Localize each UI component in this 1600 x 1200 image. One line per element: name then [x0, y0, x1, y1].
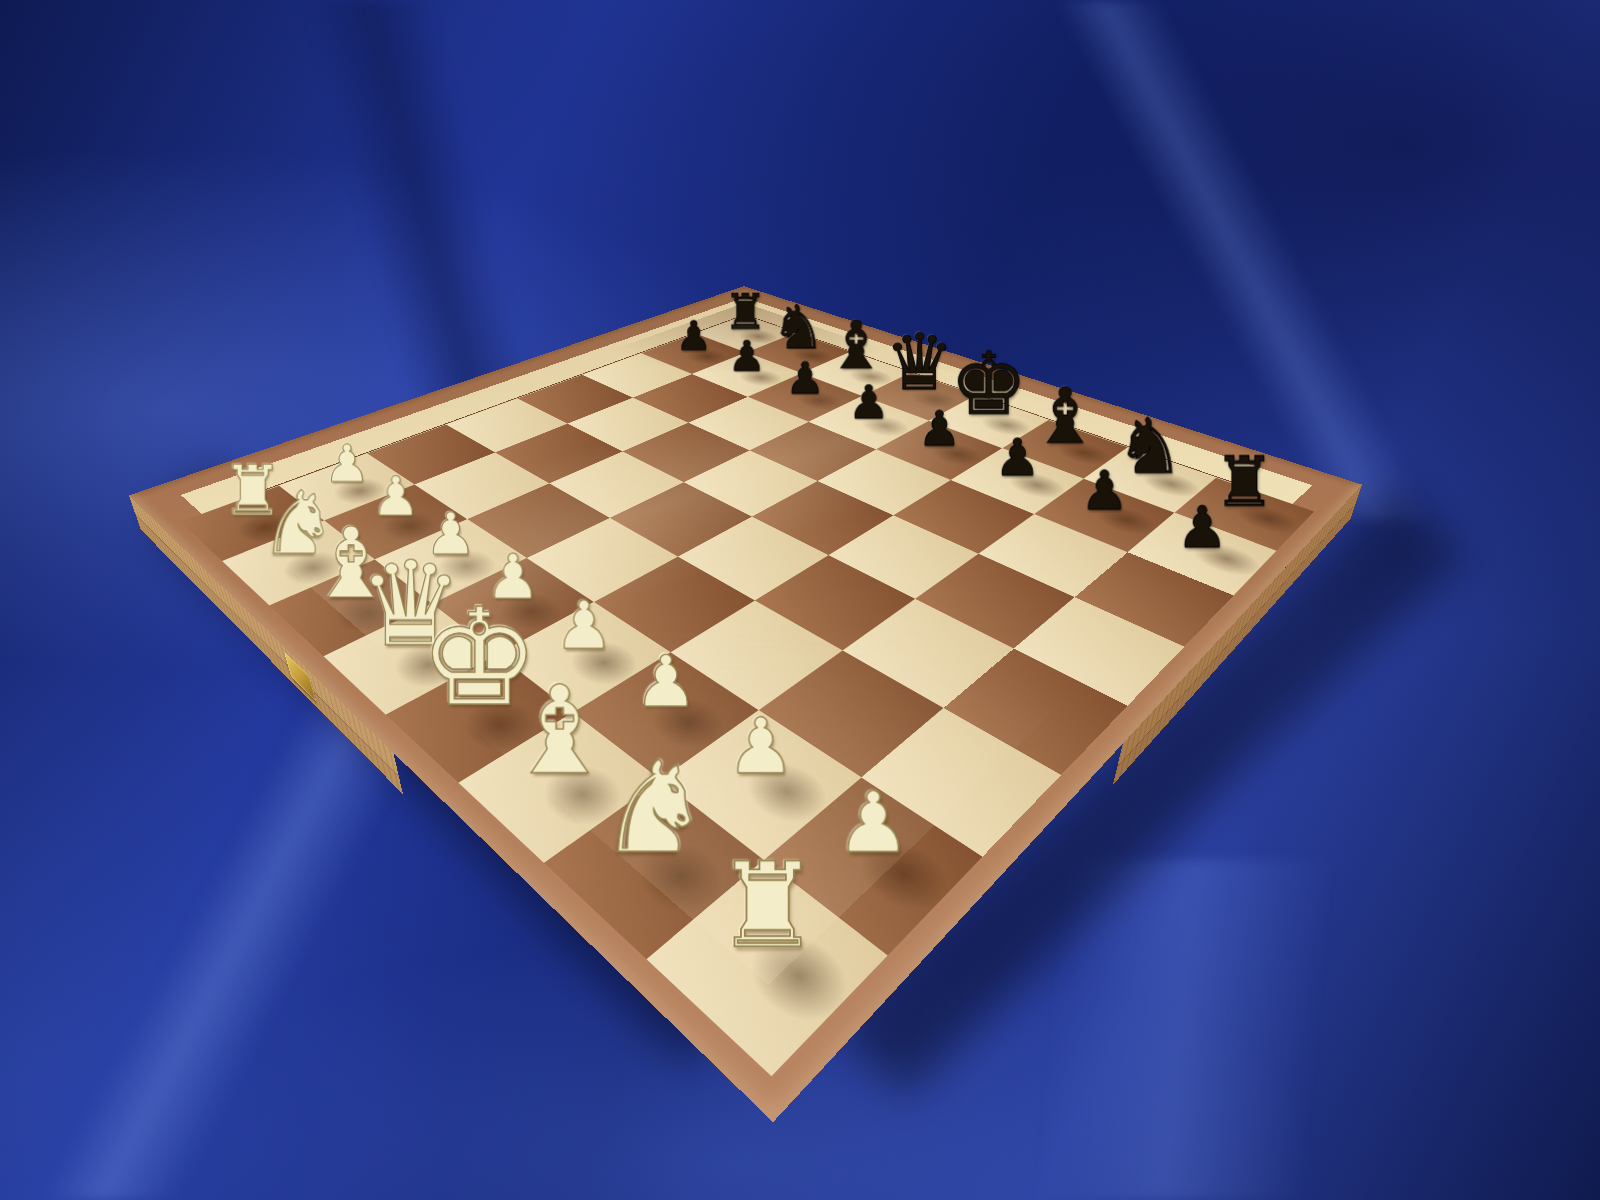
chess-board: ♜♞♝♛♚♝♞♜♟♟♟♟♟♟♟♟♟♟♟♟♟♟♟♟♜♞♝♛♚♝♞♜ [129, 286, 1362, 1122]
square-b4 [495, 424, 623, 484]
scene-caption: Overhead-angle photograph of a wooden fo… [0, 0, 1, 1]
black-pawn-icon: ♟ [994, 432, 1040, 483]
white-rook-icon: ♜ [715, 849, 820, 966]
black-pawn-icon: ♟ [785, 356, 824, 400]
white-knight-icon: ♞ [598, 745, 711, 871]
black-king-icon: ♚ [950, 341, 1028, 428]
black-pawn-icon: ♟ [1176, 499, 1227, 556]
black-pawn-icon: ♟ [728, 335, 766, 377]
square-d6 [750, 422, 877, 481]
black-rook-icon: ♜ [724, 288, 768, 337]
white-pawn-icon: ♟ [634, 646, 698, 717]
black-pawn-icon: ♟ [918, 404, 961, 452]
board-border-strip: ♜♞♝♛♚♝♞♜♟♟♟♟♟♟♟♟♟♟♟♟♟♟♟♟♜♞♝♛♚♝♞♜ [181, 298, 1312, 1024]
white-pawn-icon: ♟ [727, 708, 796, 785]
black-queen-icon: ♛ [885, 324, 955, 402]
black-knight-icon: ♞ [772, 297, 826, 357]
black-bishop-icon: ♝ [1031, 378, 1099, 454]
board-grid: ♜♞♝♛♚♝♞♜♟♟♟♟♟♟♟♟♟♟♟♟♟♟♟♟♜♞♝♛♚♝♞♜ [255, 315, 1239, 906]
black-bishop-icon: ♝ [827, 312, 886, 378]
black-pawn-icon: ♟ [848, 379, 889, 425]
white-pawn-icon: ♟ [836, 781, 911, 865]
black-pawn-icon: ♟ [676, 316, 712, 356]
white-pawn-icon: ♟ [554, 592, 613, 658]
photo-scene: ♜♞♝♛♚♝♞♜♟♟♟♟♟♟♟♟♟♟♟♟♟♟♟♟♜♞♝♛♚♝♞♜ Overhea… [0, 0, 1600, 1200]
black-pawn-icon: ♟ [1080, 464, 1128, 518]
